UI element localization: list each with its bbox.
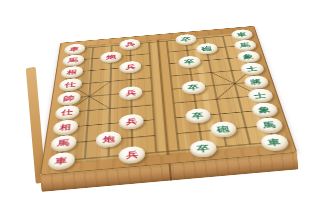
- xiangqi-board: 車馬相仕帥仕相馬車炮炮兵兵兵兵兵卒卒卒卒卒砲砲車馬象士將士象馬車: [40, 26, 297, 175]
- piece-grid: 車馬相仕帥仕相馬車炮炮兵兵兵兵兵卒卒卒卒卒砲砲車馬象士將士象馬車: [48, 28, 289, 170]
- piece-glyph: 仕: [64, 82, 75, 89]
- piece-glyph: 車: [267, 138, 282, 147]
- piece-green-advisor[interactable]: 士: [246, 88, 274, 103]
- piece-glyph: 卒: [192, 112, 205, 120]
- piece-red-advisor[interactable]: 仕: [58, 78, 82, 92]
- piece-red-chariot[interactable]: 車: [63, 43, 85, 55]
- piece-red-cannon[interactable]: 炮: [96, 131, 122, 149]
- piece-glyph: 相: [59, 124, 71, 132]
- piece-green-soldier[interactable]: 卒: [178, 55, 201, 68]
- board-surface: 車馬相仕帥仕相馬車炮炮兵兵兵兵兵卒卒卒卒卒砲砲車馬象士將士象馬車: [55, 32, 281, 165]
- piece-green-general[interactable]: 將: [243, 75, 270, 90]
- piece-glyph: 馬: [68, 57, 79, 63]
- piece-glyph: 馬: [57, 139, 70, 148]
- piece-green-soldier[interactable]: 卒: [175, 33, 197, 45]
- board-scene: 車馬相仕帥仕相馬車炮炮兵兵兵兵兵卒卒卒卒卒砲砲車馬象士將士象馬車: [0, 0, 320, 213]
- piece-glyph: 兵: [125, 89, 136, 96]
- piece-glyph: 士: [246, 66, 258, 73]
- board-fold-seam-front: [169, 164, 172, 181]
- piece-red-soldier[interactable]: 兵: [119, 145, 145, 164]
- piece-glyph: 將: [249, 78, 262, 85]
- piece-glyph: 砲: [201, 46, 212, 52]
- piece-glyph: 馬: [239, 42, 251, 48]
- piece-green-horse[interactable]: 馬: [233, 39, 257, 51]
- piece-glyph: 車: [54, 156, 67, 165]
- board-tilt-plane: 車馬相仕帥仕相馬車炮炮兵兵兵兵兵卒卒卒卒卒砲砲車馬象士將士象馬車: [40, 26, 297, 175]
- piece-green-advisor[interactable]: 士: [239, 62, 265, 76]
- piece-glyph: 卒: [187, 84, 199, 91]
- piece-green-chariot[interactable]: 車: [259, 133, 290, 152]
- piece-green-soldier[interactable]: 卒: [189, 139, 218, 158]
- piece-red-horse[interactable]: 馬: [62, 54, 84, 67]
- piece-green-elephant[interactable]: 象: [250, 102, 279, 118]
- piece-glyph: 帥: [63, 95, 75, 102]
- piece-red-elephant[interactable]: 相: [60, 66, 83, 80]
- piece-red-horse[interactable]: 馬: [49, 135, 76, 153]
- piece-glyph: 象: [242, 54, 254, 60]
- piece-red-soldier[interactable]: 兵: [119, 85, 142, 100]
- piece-green-cannon[interactable]: 砲: [195, 43, 218, 56]
- piece-red-soldier[interactable]: 兵: [120, 38, 141, 50]
- piece-green-elephant[interactable]: 象: [236, 50, 261, 63]
- piece-green-soldier[interactable]: 卒: [181, 80, 206, 95]
- piece-glyph: 士: [253, 92, 266, 99]
- piece-red-soldier[interactable]: 兵: [120, 61, 142, 74]
- piece-glyph: 車: [236, 32, 247, 38]
- piece-glyph: 兵: [125, 64, 135, 70]
- piece-glyph: 炮: [106, 54, 116, 60]
- piece-glyph: 馬: [262, 121, 276, 129]
- piece-glyph: 砲: [217, 125, 231, 133]
- piece-glyph: 卒: [184, 59, 195, 65]
- piece-green-soldier[interactable]: 卒: [185, 108, 212, 125]
- piece-red-cannon[interactable]: 炮: [100, 51, 121, 64]
- piece-red-general[interactable]: 帥: [56, 91, 80, 106]
- piece-glyph: 車: [69, 46, 79, 52]
- piece-glyph: 兵: [126, 118, 138, 126]
- piece-glyph: 卒: [181, 37, 192, 43]
- piece-glyph: 兵: [125, 41, 135, 47]
- piece-glyph: 仕: [61, 109, 73, 117]
- piece-glyph: 相: [66, 69, 77, 75]
- piece-red-chariot[interactable]: 車: [47, 151, 75, 170]
- piece-glyph: 卒: [196, 144, 210, 153]
- piece-green-cannon[interactable]: 砲: [209, 121, 237, 139]
- piece-green-chariot[interactable]: 車: [230, 29, 253, 41]
- piece-glyph: 炮: [103, 135, 115, 144]
- piece-glyph: 象: [257, 106, 271, 114]
- photo-canvas: 車馬相仕帥仕相馬車炮炮兵兵兵兵兵卒卒卒卒卒砲砲車馬象士將士象馬車: [0, 0, 320, 213]
- piece-glyph: 兵: [126, 150, 139, 159]
- piece-red-elephant[interactable]: 相: [52, 119, 78, 136]
- piece-red-advisor[interactable]: 仕: [54, 105, 79, 121]
- piece-red-soldier[interactable]: 兵: [119, 113, 144, 130]
- piece-green-horse[interactable]: 馬: [254, 117, 284, 134]
